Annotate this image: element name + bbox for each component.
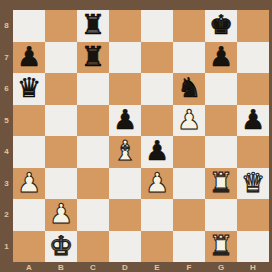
square-f5[interactable]: ♟ xyxy=(173,105,205,137)
rank-label-8: 8 xyxy=(0,10,13,42)
file-label-d: D xyxy=(109,262,141,272)
square-a6[interactable]: ♛ xyxy=(13,73,45,105)
square-b3[interactable] xyxy=(45,168,77,200)
square-c1[interactable] xyxy=(77,231,109,263)
square-e7[interactable] xyxy=(141,42,173,74)
square-a2[interactable] xyxy=(13,199,45,231)
square-d8[interactable] xyxy=(109,10,141,42)
square-a8[interactable] xyxy=(13,10,45,42)
black-knight-f6[interactable]: ♞ xyxy=(177,74,201,101)
square-a5[interactable] xyxy=(13,105,45,137)
square-e5[interactable] xyxy=(141,105,173,137)
square-h4[interactable] xyxy=(237,136,269,168)
square-f6[interactable]: ♞ xyxy=(173,73,205,105)
square-a4[interactable] xyxy=(13,136,45,168)
black-rook-c7[interactable]: ♜ xyxy=(81,43,105,70)
square-e1[interactable] xyxy=(141,231,173,263)
white-pawn-b2[interactable]: ♟ xyxy=(49,200,73,227)
rank-labels: 87654321 xyxy=(0,10,13,262)
square-g1[interactable]: ♜ xyxy=(205,231,237,263)
square-b6[interactable] xyxy=(45,73,77,105)
rank-label-5: 5 xyxy=(0,105,13,137)
black-queen-a6[interactable]: ♛ xyxy=(17,74,41,101)
square-h5[interactable]: ♟ xyxy=(237,105,269,137)
square-d7[interactable] xyxy=(109,42,141,74)
square-e2[interactable] xyxy=(141,199,173,231)
square-f7[interactable] xyxy=(173,42,205,74)
white-rook-g1[interactable]: ♜ xyxy=(209,232,233,259)
square-g2[interactable] xyxy=(205,199,237,231)
square-c7[interactable]: ♜ xyxy=(77,42,109,74)
square-e3[interactable]: ♟ xyxy=(141,168,173,200)
square-g5[interactable] xyxy=(205,105,237,137)
square-b8[interactable] xyxy=(45,10,77,42)
rank-label-1: 1 xyxy=(0,231,13,263)
square-g6[interactable] xyxy=(205,73,237,105)
square-g7[interactable]: ♟ xyxy=(205,42,237,74)
black-rook-c8[interactable]: ♜ xyxy=(81,11,105,38)
square-b7[interactable] xyxy=(45,42,77,74)
rank-label-6: 6 xyxy=(0,73,13,105)
square-b2[interactable]: ♟ xyxy=(45,199,77,231)
square-f2[interactable] xyxy=(173,199,205,231)
square-d4[interactable]: ♝ xyxy=(109,136,141,168)
square-d1[interactable] xyxy=(109,231,141,263)
square-b5[interactable] xyxy=(45,105,77,137)
square-d2[interactable] xyxy=(109,199,141,231)
white-bishop-d4[interactable]: ♝ xyxy=(113,137,137,164)
square-h7[interactable] xyxy=(237,42,269,74)
square-f3[interactable] xyxy=(173,168,205,200)
white-queen-h3[interactable]: ♛ xyxy=(241,169,265,196)
white-rook-g3[interactable]: ♜ xyxy=(209,169,233,196)
square-c2[interactable] xyxy=(77,199,109,231)
black-pawn-a7[interactable]: ♟ xyxy=(17,43,41,70)
square-c8[interactable]: ♜ xyxy=(77,10,109,42)
black-pawn-h5[interactable]: ♟ xyxy=(241,106,265,133)
black-pawn-e4[interactable]: ♟ xyxy=(145,137,169,164)
square-h6[interactable] xyxy=(237,73,269,105)
white-king-b1[interactable]: ♚ xyxy=(49,232,73,259)
square-f1[interactable] xyxy=(173,231,205,263)
file-label-b: B xyxy=(45,262,77,272)
white-pawn-a3[interactable]: ♟ xyxy=(17,169,41,196)
black-pawn-g7[interactable]: ♟ xyxy=(209,43,233,70)
square-g8[interactable]: ♚ xyxy=(205,10,237,42)
square-c3[interactable] xyxy=(77,168,109,200)
file-label-c: C xyxy=(77,262,109,272)
square-f4[interactable] xyxy=(173,136,205,168)
square-h8[interactable] xyxy=(237,10,269,42)
square-e8[interactable] xyxy=(141,10,173,42)
square-d6[interactable] xyxy=(109,73,141,105)
black-pawn-d5[interactable]: ♟ xyxy=(113,106,137,133)
square-h2[interactable] xyxy=(237,199,269,231)
square-e6[interactable] xyxy=(141,73,173,105)
square-e4[interactable]: ♟ xyxy=(141,136,173,168)
square-c4[interactable] xyxy=(77,136,109,168)
square-b4[interactable] xyxy=(45,136,77,168)
file-label-g: G xyxy=(205,262,237,272)
file-labels: ABCDEFGH xyxy=(13,262,269,272)
file-label-a: A xyxy=(13,262,45,272)
square-g4[interactable] xyxy=(205,136,237,168)
rank-label-7: 7 xyxy=(0,42,13,74)
square-a1[interactable] xyxy=(13,231,45,263)
file-label-f: F xyxy=(173,262,205,272)
white-pawn-e3[interactable]: ♟ xyxy=(145,169,169,196)
square-h1[interactable] xyxy=(237,231,269,263)
square-c6[interactable] xyxy=(77,73,109,105)
square-d5[interactable]: ♟ xyxy=(109,105,141,137)
rank-label-4: 4 xyxy=(0,136,13,168)
file-label-h: H xyxy=(237,262,269,272)
square-a7[interactable]: ♟ xyxy=(13,42,45,74)
chess-board-frame: 87654321 ♜♚♟♜♟♛♞♟♟♟♝♟♟♟♜♛♟♚♜ ABCDEFGH xyxy=(0,0,272,272)
white-pawn-f5[interactable]: ♟ xyxy=(177,106,201,133)
square-f8[interactable] xyxy=(173,10,205,42)
chess-board[interactable]: ♜♚♟♜♟♛♞♟♟♟♝♟♟♟♜♛♟♚♜ xyxy=(13,10,269,262)
square-h3[interactable]: ♛ xyxy=(237,168,269,200)
square-c5[interactable] xyxy=(77,105,109,137)
square-g3[interactable]: ♜ xyxy=(205,168,237,200)
square-a3[interactable]: ♟ xyxy=(13,168,45,200)
square-b1[interactable]: ♚ xyxy=(45,231,77,263)
square-d3[interactable] xyxy=(109,168,141,200)
rank-label-2: 2 xyxy=(0,199,13,231)
file-label-e: E xyxy=(141,262,173,272)
black-king-g8[interactable]: ♚ xyxy=(209,11,233,38)
rank-label-3: 3 xyxy=(0,168,13,200)
